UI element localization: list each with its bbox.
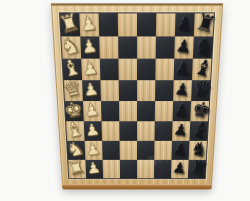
square-d4[interactable] bbox=[119, 80, 137, 101]
black-rook[interactable]: ♜ bbox=[187, 157, 210, 179]
square-g3[interactable] bbox=[102, 141, 120, 160]
square-d2[interactable]: ♟ bbox=[82, 80, 101, 101]
square-e6[interactable] bbox=[155, 101, 173, 121]
white-pawn[interactable]: ♟ bbox=[85, 141, 102, 158]
white-pawn[interactable]: ♟ bbox=[82, 59, 100, 78]
black-pawn[interactable]: ♟ bbox=[172, 141, 189, 158]
square-e3[interactable] bbox=[101, 101, 119, 121]
square-f3[interactable] bbox=[102, 121, 120, 141]
square-d3[interactable] bbox=[100, 80, 119, 101]
square-f2[interactable]: ♟ bbox=[84, 121, 102, 141]
black-pawn[interactable]: ♟ bbox=[174, 59, 192, 78]
black-pawn[interactable]: ♟ bbox=[174, 80, 192, 99]
white-rook[interactable]: ♜ bbox=[65, 157, 88, 179]
board-frame: ♜♟♟♜♞♟♟♞♝♟♟♝♛♟♟♛♚♟♟♚♝♟♟♝♞♟♟♞♜♟♟♜ bbox=[51, 3, 223, 184]
square-a6[interactable] bbox=[156, 13, 176, 36]
white-pawn[interactable]: ♟ bbox=[83, 101, 101, 119]
square-c5[interactable] bbox=[137, 59, 156, 81]
square-c6[interactable] bbox=[155, 59, 174, 81]
square-c2[interactable]: ♟ bbox=[81, 59, 100, 81]
chess-board: ♜♟♟♜♞♟♟♞♝♟♟♝♛♟♟♛♚♟♟♚♝♟♟♝♞♟♟♞♜♟♟♜ bbox=[51, 3, 223, 189]
board-front-edge bbox=[62, 184, 212, 189]
square-e2[interactable]: ♟ bbox=[83, 101, 102, 121]
square-g4[interactable] bbox=[120, 141, 137, 160]
square-d6[interactable] bbox=[155, 80, 174, 101]
square-h1[interactable]: ♜ bbox=[68, 160, 86, 178]
square-b3[interactable] bbox=[99, 36, 118, 58]
black-pawn[interactable]: ♟ bbox=[175, 37, 194, 57]
board-grid: ♜♟♟♜♞♟♟♞♝♟♟♝♛♟♟♛♚♟♟♚♝♟♟♝♞♟♟♞♜♟♟♜ bbox=[59, 12, 215, 179]
black-pawn[interactable]: ♟ bbox=[176, 14, 195, 35]
white-pawn[interactable]: ♟ bbox=[84, 121, 101, 138]
square-f4[interactable] bbox=[119, 121, 137, 141]
square-h6[interactable] bbox=[154, 160, 171, 178]
square-b2[interactable]: ♟ bbox=[80, 36, 100, 58]
black-pawn[interactable]: ♟ bbox=[173, 101, 191, 119]
square-b4[interactable] bbox=[118, 36, 137, 58]
white-pawn[interactable]: ♟ bbox=[82, 80, 100, 99]
square-h4[interactable] bbox=[120, 160, 137, 178]
square-f6[interactable] bbox=[154, 121, 172, 141]
square-b5[interactable] bbox=[137, 36, 156, 58]
square-a5[interactable] bbox=[137, 13, 156, 36]
square-h2[interactable]: ♟ bbox=[85, 160, 103, 178]
square-e4[interactable] bbox=[119, 101, 137, 121]
white-pawn[interactable]: ♟ bbox=[86, 160, 103, 176]
white-pawn[interactable]: ♟ bbox=[80, 14, 99, 35]
square-b6[interactable] bbox=[156, 36, 175, 58]
white-pawn[interactable]: ♟ bbox=[81, 37, 100, 57]
square-d5[interactable] bbox=[137, 80, 155, 101]
square-a2[interactable]: ♟ bbox=[79, 13, 99, 36]
square-e5[interactable] bbox=[137, 101, 155, 121]
square-h3[interactable] bbox=[103, 160, 120, 178]
photo-background: ♜♟♟♜♞♟♟♞♝♟♟♝♛♟♟♛♚♟♟♚♝♟♟♝♞♟♟♞♜♟♟♜ 千图网 bbox=[0, 0, 250, 201]
black-pawn[interactable]: ♟ bbox=[173, 121, 190, 138]
square-a4[interactable] bbox=[118, 13, 137, 36]
square-g5[interactable] bbox=[137, 141, 154, 160]
square-c3[interactable] bbox=[100, 59, 119, 81]
square-g6[interactable] bbox=[154, 141, 172, 160]
square-h8[interactable]: ♜ bbox=[188, 160, 206, 178]
black-pawn[interactable]: ♟ bbox=[171, 160, 188, 176]
square-c4[interactable] bbox=[118, 59, 137, 81]
square-f5[interactable] bbox=[137, 121, 155, 141]
square-g2[interactable]: ♟ bbox=[85, 141, 103, 160]
square-h5[interactable] bbox=[137, 160, 154, 178]
square-a3[interactable] bbox=[99, 13, 119, 36]
